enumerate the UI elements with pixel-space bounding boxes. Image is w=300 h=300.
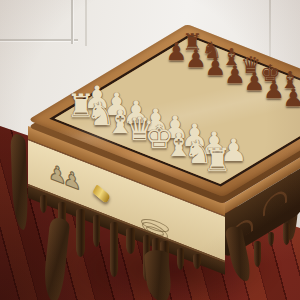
carved-arch (263, 186, 287, 216)
chess-table-photo: ♟♟ ♜♞♝♛♚♝♞♜♟♟♟♟♟♟♟♟♟♟♟♟♟♟♟♟♜♞♝♛♚♝♞♜ (0, 0, 300, 300)
wainscot-stile-line (85, 0, 87, 46)
drawer-knob[interactable] (92, 184, 110, 204)
piece-black-pawn[interactable]: ♟ (283, 85, 300, 109)
piece-white-rook[interactable]: ♜ (203, 144, 232, 176)
wainscot-stile-line (71, 0, 73, 44)
wainscot-rail-line (0, 39, 78, 41)
